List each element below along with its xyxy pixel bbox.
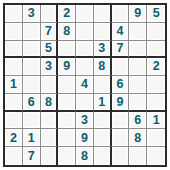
cell-r3c9[interactable] [147,41,165,59]
cell-r1c2[interactable]: 3 [23,5,41,23]
cell-r1c1[interactable] [5,5,23,23]
cell-r8c3[interactable] [41,129,59,147]
cell-r5c5[interactable]: 4 [76,76,94,94]
cell-r3c4[interactable] [58,41,76,59]
cell-r2c7[interactable]: 4 [112,23,130,41]
cell-r1c7[interactable] [112,5,130,23]
cell-r2c8[interactable] [129,23,147,41]
cell-r4c7[interactable] [112,58,130,76]
cell-r7c9[interactable]: 1 [147,112,165,130]
cell-r5c1[interactable]: 1 [5,76,23,94]
cell-r9c7[interactable] [112,147,130,165]
cell-r8c1[interactable]: 2 [5,129,23,147]
cell-r8c8[interactable]: 8 [129,129,147,147]
cell-r1c5[interactable] [76,5,94,23]
cell-r5c9[interactable] [147,76,165,94]
cell-r2c5[interactable] [76,23,94,41]
cell-r6c1[interactable] [5,94,23,112]
cell-r4c4[interactable]: 9 [58,58,76,76]
cell-r3c6[interactable]: 3 [94,41,112,59]
sudoku-screen: 329578453739821466819361219878 [0,0,170,170]
cell-r5c7[interactable]: 6 [112,76,130,94]
cell-r3c5[interactable] [76,41,94,59]
cell-r7c3[interactable] [41,112,59,130]
cell-r9c4[interactable] [58,147,76,165]
cell-r7c8[interactable]: 6 [129,112,147,130]
cell-r1c8[interactable]: 9 [129,5,147,23]
cell-r7c7[interactable] [112,112,130,130]
cell-r6c2[interactable]: 6 [23,94,41,112]
cell-r3c7[interactable]: 7 [112,41,130,59]
cell-r6c5[interactable] [76,94,94,112]
cell-r7c5[interactable]: 3 [76,112,94,130]
cell-r6c8[interactable] [129,94,147,112]
sudoku-board: 329578453739821466819361219878 [3,3,167,167]
cell-r5c3[interactable] [41,76,59,94]
cell-r2c9[interactable] [147,23,165,41]
cell-r5c6[interactable] [94,76,112,94]
cell-r7c6[interactable] [94,112,112,130]
cell-r4c5[interactable] [76,58,94,76]
cell-r8c2[interactable]: 1 [23,129,41,147]
cell-r9c8[interactable] [129,147,147,165]
cell-r9c1[interactable] [5,147,23,165]
cell-r9c2[interactable]: 7 [23,147,41,165]
cell-r3c3[interactable]: 5 [41,41,59,59]
cell-r9c3[interactable] [41,147,59,165]
cell-r1c9[interactable]: 5 [147,5,165,23]
cell-r6c4[interactable] [58,94,76,112]
cell-r1c6[interactable] [94,5,112,23]
cell-r7c1[interactable] [5,112,23,130]
cell-r2c4[interactable]: 8 [58,23,76,41]
cell-r4c1[interactable] [5,58,23,76]
cell-r3c1[interactable] [5,41,23,59]
cell-r9c9[interactable] [147,147,165,165]
cell-r9c6[interactable] [94,147,112,165]
cell-r8c4[interactable] [58,129,76,147]
cell-r5c4[interactable] [58,76,76,94]
cell-r2c6[interactable] [94,23,112,41]
cell-r8c7[interactable] [112,129,130,147]
cell-r2c3[interactable]: 7 [41,23,59,41]
cell-r7c4[interactable] [58,112,76,130]
cell-r4c6[interactable]: 8 [94,58,112,76]
cell-r3c8[interactable] [129,41,147,59]
cell-r6c7[interactable]: 9 [112,94,130,112]
cell-r5c2[interactable] [23,76,41,94]
cell-r8c5[interactable]: 9 [76,129,94,147]
cell-r7c2[interactable] [23,112,41,130]
cell-r2c1[interactable] [5,23,23,41]
cell-r6c3[interactable]: 8 [41,94,59,112]
cell-r2c2[interactable] [23,23,41,41]
cell-r1c4[interactable]: 2 [58,5,76,23]
cell-r5c8[interactable] [129,76,147,94]
cell-r8c6[interactable] [94,129,112,147]
cell-r1c3[interactable] [41,5,59,23]
cell-r9c5[interactable]: 8 [76,147,94,165]
cell-r4c9[interactable]: 2 [147,58,165,76]
cell-r8c9[interactable] [147,129,165,147]
cell-r4c3[interactable]: 3 [41,58,59,76]
cell-r3c2[interactable] [23,41,41,59]
cell-r4c2[interactable] [23,58,41,76]
cell-r6c9[interactable] [147,94,165,112]
cell-r4c8[interactable] [129,58,147,76]
cell-r6c6[interactable]: 1 [94,94,112,112]
